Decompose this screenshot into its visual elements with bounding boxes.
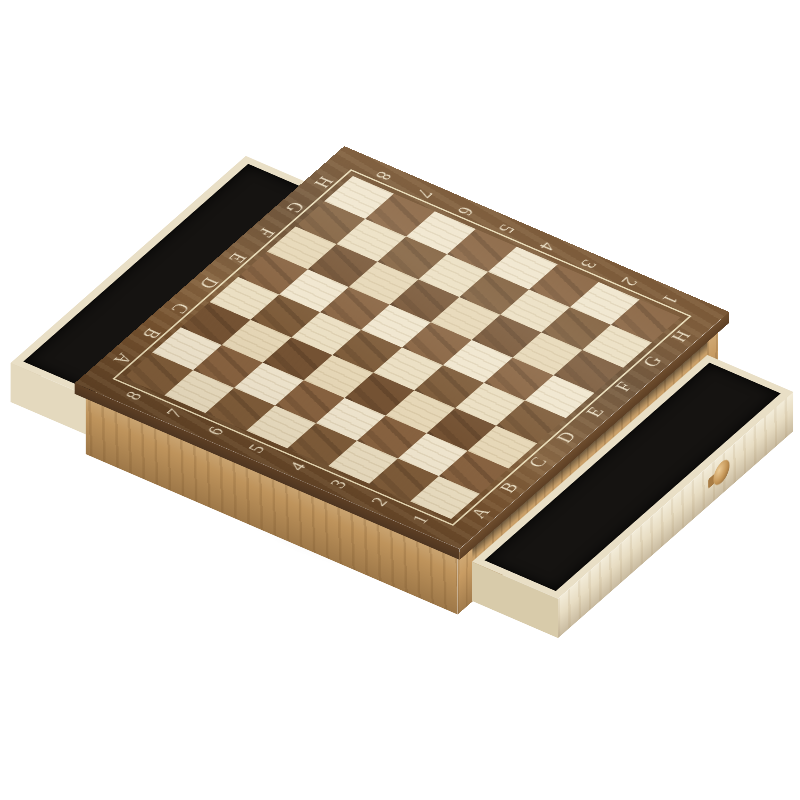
knob-ball — [713, 455, 729, 490]
file-label-bottom-e: E — [582, 405, 608, 420]
file-label-bottom-d: D — [553, 429, 580, 445]
file-label-bottom-c: C — [524, 455, 550, 470]
file-label-top-b: B — [139, 326, 165, 341]
file-label-bottom-g: G — [639, 354, 666, 370]
file-label-top-e: E — [225, 251, 251, 266]
file-label-top-a: A — [109, 351, 136, 367]
file-label-bottom-h: H — [667, 328, 694, 344]
chess-box-photo: AA88BB77CC66DD55EE44FF33GG22HH11 — [0, 0, 800, 800]
file-label-top-c: C — [167, 301, 193, 316]
file-label-top-d: D — [196, 275, 223, 291]
file-label-bottom-f: F — [611, 380, 636, 394]
file-label-top-g: G — [282, 200, 309, 216]
file-label-bottom-a: A — [467, 505, 494, 521]
file-label-bottom-b: B — [496, 480, 522, 495]
file-label-top-f: F — [254, 226, 279, 240]
file-label-top-h: H — [310, 174, 337, 190]
